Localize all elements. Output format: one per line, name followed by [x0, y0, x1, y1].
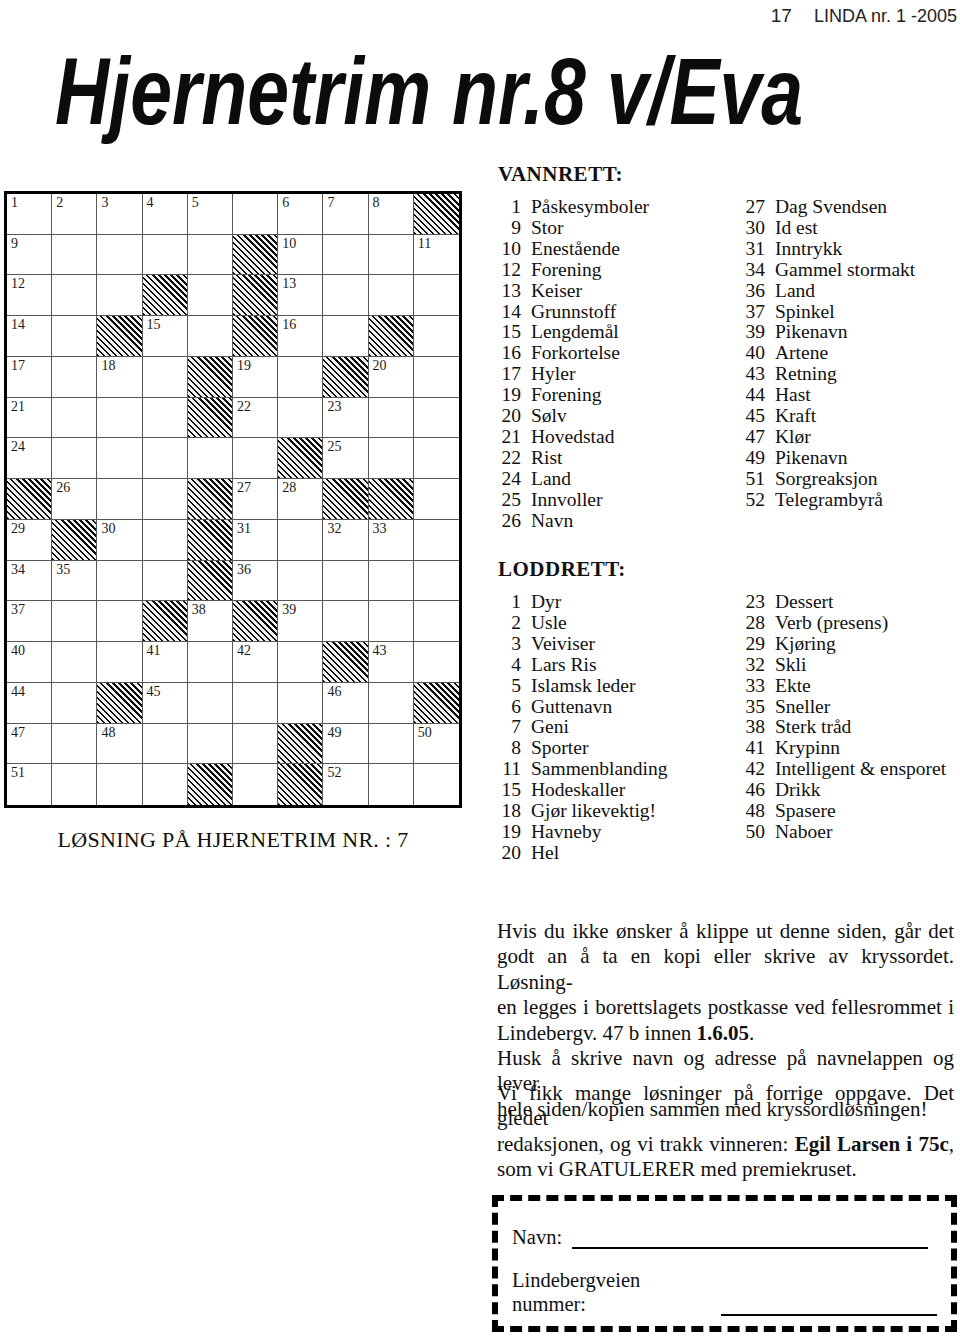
clue-item: 20Sølv [498, 406, 742, 427]
page-header: 17 LINDA nr. 1 -2005 [771, 5, 957, 27]
grid-cell[interactable] [52, 683, 97, 724]
grid-cell[interactable] [414, 357, 459, 398]
clue-number: 29 [742, 634, 765, 655]
grid-cell[interactable]: 49 [323, 724, 368, 765]
clue-text: Grunnstoff [531, 302, 616, 323]
grid-cell[interactable] [369, 438, 414, 479]
grid-cell[interactable] [52, 724, 97, 765]
cell-clue-number: 8 [373, 195, 380, 211]
clue-text: Keiser [531, 281, 582, 302]
blocked-cell [188, 764, 233, 805]
cell-clue-number: 20 [373, 358, 387, 374]
blocked-cell [233, 316, 278, 357]
clue-item: 45Kraft [742, 406, 958, 427]
grid-cell[interactable] [369, 398, 414, 439]
clue-number: 13 [498, 281, 521, 302]
grid-cell[interactable] [188, 642, 233, 683]
grid-cell[interactable]: 10 [278, 235, 323, 276]
address-input-line[interactable] [721, 1292, 937, 1316]
clue-item: 34Gammel stormakt [742, 260, 958, 281]
name-label: Navn: [512, 1225, 562, 1249]
cell-clue-number: 36 [237, 562, 251, 578]
clue-text: Telegrambyrå [775, 490, 883, 511]
down-clues-col2: 23Dessert28Verb (presens)29Kjøring32Skli… [742, 592, 958, 864]
clue-number: 31 [742, 239, 765, 260]
blocked-cell [369, 316, 414, 357]
clue-text: Intelligent & ensporet [775, 759, 946, 780]
grid-cell[interactable] [323, 561, 368, 602]
grid-cell[interactable] [369, 275, 414, 316]
clue-text: Hyler [531, 364, 575, 385]
clue-item: 42Intelligent & ensporet [742, 759, 958, 780]
grid-cell[interactable]: 16 [278, 316, 323, 357]
clue-number: 41 [742, 738, 765, 759]
grid-cell[interactable] [369, 601, 414, 642]
clue-number: 25 [498, 490, 521, 511]
cell-clue-number: 23 [327, 399, 341, 415]
clue-number: 22 [498, 448, 521, 469]
across-clues-col1: 1Påskesymboler9Stor10Enestående12Forenin… [498, 197, 742, 532]
grid-cell[interactable] [414, 479, 459, 520]
clue-item: 39Pikenavn [742, 322, 958, 343]
grid-cell[interactable]: 31 [233, 520, 278, 561]
grid-cell[interactable] [414, 764, 459, 805]
grid-cell[interactable] [52, 357, 97, 398]
grid-cell[interactable] [188, 683, 233, 724]
grid-cell[interactable]: 5 [188, 194, 233, 235]
cell-clue-number: 50 [418, 725, 432, 741]
grid-cell[interactable]: 29 [7, 520, 52, 561]
blocked-cell [188, 357, 233, 398]
clue-item: 7Geni [498, 717, 742, 738]
cell-clue-number: 18 [101, 358, 115, 374]
cell-clue-number: 43 [373, 643, 387, 659]
cell-clue-number: 9 [11, 236, 18, 252]
grid-cell[interactable] [369, 764, 414, 805]
clue-number: 46 [742, 780, 765, 801]
grid-cell[interactable] [188, 235, 233, 276]
clue-number: 2 [498, 613, 521, 634]
cell-clue-number: 19 [237, 358, 251, 374]
cell-clue-number: 47 [11, 725, 25, 741]
issue-label: LINDA nr. 1 -2005 [814, 6, 957, 27]
grid-cell[interactable]: 7 [323, 194, 368, 235]
cell-clue-number: 12 [11, 276, 25, 292]
grid-cell[interactable]: 34 [7, 561, 52, 602]
clue-text: Kraft [775, 406, 816, 427]
grid-cell[interactable]: 45 [143, 683, 188, 724]
grid-cell[interactable] [143, 357, 188, 398]
grid-cell[interactable]: 28 [278, 479, 323, 520]
cell-clue-number: 51 [11, 765, 25, 781]
grid-cell[interactable]: 40 [7, 642, 52, 683]
clue-number: 17 [498, 364, 521, 385]
clue-number: 6 [498, 697, 521, 718]
blocked-cell [7, 479, 52, 520]
clue-text: Pikenavn [775, 322, 848, 343]
note-line: godt an å ta en kopi eller skrive av kry… [497, 944, 954, 995]
grid-cell[interactable]: 18 [97, 357, 142, 398]
grid-cell[interactable]: 13 [278, 275, 323, 316]
blocked-cell [278, 764, 323, 805]
grid-cell[interactable]: 6 [278, 194, 323, 235]
across-clues-col2: 27Dag Svendsen30Id est31Inntrykk34Gammel… [742, 197, 958, 532]
clue-item: 9Stor [498, 218, 742, 239]
blocked-cell [97, 316, 142, 357]
clue-text: Sterk tråd [775, 717, 851, 738]
clue-text: Skli [775, 655, 806, 676]
clue-item: 33Ekte [742, 676, 958, 697]
grid-cell[interactable] [414, 561, 459, 602]
across-clues-panel: VANNRETT: 1Påskesymboler9Stor10Eneståend… [498, 162, 958, 532]
clue-text: Id est [775, 218, 818, 239]
grid-cell[interactable]: 52 [323, 764, 368, 805]
grid-cell[interactable]: 17 [7, 357, 52, 398]
grid-cell[interactable] [414, 642, 459, 683]
page-number: 17 [771, 5, 792, 27]
grid-cell[interactable] [414, 520, 459, 561]
cell-clue-number: 37 [11, 602, 25, 618]
cell-clue-number: 6 [282, 195, 289, 211]
cell-clue-number: 48 [101, 725, 115, 741]
grid-cell[interactable] [52, 601, 97, 642]
grid-cell[interactable] [278, 642, 323, 683]
clue-item: 18Gjør likevektig! [498, 801, 742, 822]
clue-text: Havneby [531, 822, 601, 843]
clue-item: 32Skli [742, 655, 958, 676]
grid-cell[interactable] [414, 398, 459, 439]
clue-number: 12 [498, 260, 521, 281]
clue-number: 34 [742, 260, 765, 281]
page-title: Hjernetrim nr.8 v/Eva [55, 40, 803, 143]
grid-cell[interactable] [97, 398, 142, 439]
clue-item: 47Klør [742, 427, 958, 448]
grid-cell[interactable] [52, 398, 97, 439]
grid-cell[interactable] [414, 275, 459, 316]
clue-number: 11 [498, 759, 521, 780]
clue-number: 30 [742, 218, 765, 239]
grid-cell[interactable]: 24 [7, 438, 52, 479]
grid-cell[interactable]: 35 [52, 561, 97, 602]
grid-cell[interactable] [97, 601, 142, 642]
grid-cell[interactable] [188, 438, 233, 479]
clue-item: 52Telegrambyrå [742, 490, 958, 511]
clue-text: Land [531, 469, 571, 490]
blocked-cell [323, 357, 368, 398]
grid-cell[interactable] [233, 194, 278, 235]
cell-clue-number: 38 [192, 602, 206, 618]
grid-cell[interactable] [233, 764, 278, 805]
clue-item: 40Artene [742, 343, 958, 364]
note-line: Lindebergv. 47 b innen 1.6.05. [497, 1021, 954, 1046]
grid-cell[interactable]: 2 [52, 194, 97, 235]
grid-cell[interactable] [188, 275, 233, 316]
grid-cell[interactable]: 37 [7, 601, 52, 642]
clue-text: Drikk [775, 780, 821, 801]
clue-text: Veiviser [531, 634, 595, 655]
grid-cell[interactable] [414, 316, 459, 357]
clue-number: 35 [742, 697, 765, 718]
clue-number: 10 [498, 239, 521, 260]
cell-clue-number: 21 [11, 399, 25, 415]
clue-text: Rist [531, 448, 562, 469]
grid-cell[interactable]: 47 [7, 724, 52, 765]
clue-item: 21Hovedstad [498, 427, 742, 448]
cell-clue-number: 16 [282, 317, 296, 333]
clue-text: Klør [775, 427, 811, 448]
cell-clue-number: 10 [282, 236, 296, 252]
clue-item: 24Land [498, 469, 742, 490]
blocked-cell [414, 683, 459, 724]
clue-text: Gammel stormakt [775, 260, 915, 281]
grid-cell[interactable] [233, 724, 278, 765]
cell-clue-number: 24 [11, 439, 25, 455]
solution-note: LØSNING PÅ HJERNETRIM NR. : 7 [4, 827, 462, 853]
clue-item: 3Veiviser [498, 634, 742, 655]
cell-clue-number: 30 [101, 521, 115, 537]
cell-clue-number: 25 [327, 439, 341, 455]
grid-cell[interactable]: 41 [143, 642, 188, 683]
grid-cell[interactable]: 30 [97, 520, 142, 561]
grid-cell[interactable]: 42 [233, 642, 278, 683]
grid-cell[interactable] [323, 235, 368, 276]
clue-item: 12Forening [498, 260, 742, 281]
blocked-cell [188, 398, 233, 439]
blocked-cell [97, 683, 142, 724]
grid-cell[interactable] [369, 724, 414, 765]
grid-cell[interactable]: 19 [233, 357, 278, 398]
clue-text: Land [775, 281, 815, 302]
clue-number: 20 [498, 406, 521, 427]
grid-cell[interactable]: 26 [52, 479, 97, 520]
grid-cell[interactable]: 43 [369, 642, 414, 683]
clue-item: 1Dyr [498, 592, 742, 613]
grid-cell[interactable] [414, 438, 459, 479]
cell-clue-number: 1 [11, 195, 18, 211]
grid-cell[interactable] [278, 561, 323, 602]
blocked-cell [278, 438, 323, 479]
grid-cell[interactable] [143, 479, 188, 520]
clue-text: Forening [531, 385, 601, 406]
blocked-cell [323, 479, 368, 520]
grid-cell[interactable]: 9 [7, 235, 52, 276]
clue-text: Islamsk leder [531, 676, 636, 697]
grid-cell[interactable] [143, 520, 188, 561]
grid-cell[interactable] [188, 316, 233, 357]
clue-text: Naboer [775, 822, 832, 843]
grid-cell[interactable]: 14 [7, 316, 52, 357]
grid-cell[interactable] [278, 357, 323, 398]
clue-number: 21 [498, 427, 521, 448]
grid-cell[interactable] [52, 438, 97, 479]
note-line: Vi fikk mange løsninger på forrige oppga… [497, 1081, 954, 1132]
grid-cell[interactable]: 48 [97, 724, 142, 765]
clue-text: Innvoller [531, 490, 602, 511]
clue-text: Retning [775, 364, 837, 385]
cell-clue-number: 44 [11, 684, 25, 700]
grid-cell[interactable]: 38 [188, 601, 233, 642]
blocked-cell [143, 601, 188, 642]
cell-clue-number: 17 [11, 358, 25, 374]
grid-cell[interactable] [97, 235, 142, 276]
clue-item: 11Sammenblanding [498, 759, 742, 780]
clue-item: 36Land [742, 281, 958, 302]
grid-cell[interactable] [143, 561, 188, 602]
clue-item: 46Drikk [742, 780, 958, 801]
clue-item: 44Hast [742, 385, 958, 406]
cell-clue-number: 40 [11, 643, 25, 659]
blocked-cell [233, 235, 278, 276]
grid-cell[interactable] [52, 764, 97, 805]
grid-cell[interactable] [323, 275, 368, 316]
grid-cell[interactable]: 36 [233, 561, 278, 602]
cell-clue-number: 27 [237, 480, 251, 496]
grid-cell[interactable]: 4 [143, 194, 188, 235]
grid-cell[interactable] [369, 561, 414, 602]
clue-item: 31Inntrykk [742, 239, 958, 260]
grid-cell[interactable]: 25 [323, 438, 368, 479]
clue-item: 16Forkortelse [498, 343, 742, 364]
grid-cell[interactable]: 44 [7, 683, 52, 724]
clue-item: 50Naboer [742, 822, 958, 843]
grid-cell[interactable]: 50 [414, 724, 459, 765]
clue-number: 51 [742, 469, 765, 490]
clue-number: 8 [498, 738, 521, 759]
grid-cell[interactable]: 20 [369, 357, 414, 398]
clue-number: 32 [742, 655, 765, 676]
grid-cell[interactable] [97, 561, 142, 602]
clue-number: 47 [742, 427, 765, 448]
grid-cell[interactable] [97, 438, 142, 479]
grid-cell[interactable] [143, 235, 188, 276]
clue-text: Påskesymboler [531, 197, 649, 218]
name-input-line[interactable] [572, 1225, 928, 1249]
cell-clue-number: 22 [237, 399, 251, 415]
clue-number: 19 [498, 822, 521, 843]
grid-cell[interactable]: 39 [278, 601, 323, 642]
cell-clue-number: 4 [147, 195, 154, 211]
grid-cell[interactable]: 33 [369, 520, 414, 561]
grid-cell[interactable] [52, 275, 97, 316]
cell-clue-number: 29 [11, 521, 25, 537]
clue-text: Guttenavn [531, 697, 612, 718]
grid-cell[interactable]: 46 [323, 683, 368, 724]
grid-cell[interactable] [278, 398, 323, 439]
grid-cell[interactable] [97, 275, 142, 316]
cell-clue-number: 13 [282, 276, 296, 292]
grid-cell[interactable]: 8 [369, 194, 414, 235]
grid-cell[interactable] [323, 601, 368, 642]
cell-clue-number: 28 [282, 480, 296, 496]
clue-text: Inntrykk [775, 239, 842, 260]
grid-cell[interactable]: 1 [7, 194, 52, 235]
grid-cell[interactable] [369, 683, 414, 724]
note-line: redaksjonen, og vi trakk vinneren: Egil … [497, 1132, 954, 1157]
grid-cell[interactable]: 15 [143, 316, 188, 357]
grid-cell[interactable] [52, 235, 97, 276]
clue-item: 15Lengdemål [498, 322, 742, 343]
clue-number: 7 [498, 717, 521, 738]
clue-number: 14 [498, 302, 521, 323]
grid-cell[interactable]: 22 [233, 398, 278, 439]
clue-item: 29Kjøring [742, 634, 958, 655]
grid-cell[interactable] [233, 683, 278, 724]
blocked-cell [414, 194, 459, 235]
grid-cell[interactable] [414, 601, 459, 642]
grid-cell[interactable] [52, 316, 97, 357]
clue-number: 23 [742, 592, 765, 613]
grid-cell[interactable] [143, 764, 188, 805]
grid-cell[interactable] [143, 398, 188, 439]
clue-number: 26 [498, 511, 521, 532]
clue-item: 49Pikenavn [742, 448, 958, 469]
grid-cell[interactable] [278, 520, 323, 561]
grid-cell[interactable]: 27 [233, 479, 278, 520]
clue-item: 43Retning [742, 364, 958, 385]
grid-cell[interactable] [52, 642, 97, 683]
grid-cell[interactable] [233, 438, 278, 479]
clue-text: Forkortelse [531, 343, 620, 364]
clue-text: Verb (presens) [775, 613, 888, 634]
clue-item: 10Enestående [498, 239, 742, 260]
grid-cell[interactable]: 12 [7, 275, 52, 316]
clue-text: Forening [531, 260, 601, 281]
clue-text: Ekte [775, 676, 811, 697]
clue-text: Sneller [775, 697, 830, 718]
grid-cell[interactable]: 51 [7, 764, 52, 805]
note-line: en legges i borettslagets postkasse ved … [497, 995, 954, 1020]
grid-cell[interactable] [278, 683, 323, 724]
note-line: som vi GRATULERER med premiekruset. [497, 1157, 954, 1182]
clue-number: 36 [742, 281, 765, 302]
grid-cell[interactable]: 21 [7, 398, 52, 439]
clue-item: 15Hodeskaller [498, 780, 742, 801]
grid-cell[interactable] [97, 479, 142, 520]
clue-text: Sporter [531, 738, 588, 759]
cell-clue-number: 32 [327, 521, 341, 537]
clue-text: Usle [531, 613, 567, 634]
grid-cell[interactable]: 11 [414, 235, 459, 276]
clue-number: 15 [498, 322, 521, 343]
clue-number: 9 [498, 218, 521, 239]
clue-text: Navn [531, 511, 573, 532]
grid-cell[interactable] [369, 235, 414, 276]
grid-cell[interactable] [143, 438, 188, 479]
clue-text: Hodeskaller [531, 780, 625, 801]
cell-clue-number: 42 [237, 643, 251, 659]
grid-cell[interactable] [143, 724, 188, 765]
grid-cell[interactable] [97, 642, 142, 683]
across-heading: VANNRETT: [498, 162, 958, 186]
clue-item: 51Sorgreaksjon [742, 469, 958, 490]
clue-item: 38Sterk tråd [742, 717, 958, 738]
grid-cell[interactable]: 3 [97, 194, 142, 235]
clue-text: Sorgreaksjon [775, 469, 878, 490]
blocked-cell [278, 724, 323, 765]
grid-cell[interactable]: 32 [323, 520, 368, 561]
down-clues-panel: LODDRETT: 1Dyr2Usle3Veiviser4Lars Ris5Is… [498, 557, 958, 864]
grid-cell[interactable] [323, 316, 368, 357]
clue-number: 1 [498, 592, 521, 613]
clue-number: 42 [742, 759, 765, 780]
cell-clue-number: 2 [56, 195, 63, 211]
clue-text: Hovedstad [531, 427, 614, 448]
grid-cell[interactable] [188, 724, 233, 765]
clue-number: 40 [742, 343, 765, 364]
grid-cell[interactable]: 23 [323, 398, 368, 439]
clue-item: 26Navn [498, 511, 742, 532]
grid-cell[interactable] [97, 764, 142, 805]
